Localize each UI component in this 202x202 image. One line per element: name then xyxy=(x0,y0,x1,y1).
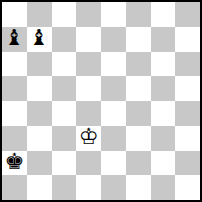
square-h7[interactable] xyxy=(175,27,200,52)
square-b3[interactable] xyxy=(27,126,52,151)
square-b1[interactable] xyxy=(27,175,52,200)
square-c4[interactable] xyxy=(52,101,77,126)
square-f4[interactable] xyxy=(126,101,151,126)
square-a4[interactable] xyxy=(2,101,27,126)
square-e4[interactable] xyxy=(101,101,126,126)
square-f2[interactable] xyxy=(126,151,151,176)
square-f7[interactable] xyxy=(126,27,151,52)
square-c1[interactable] xyxy=(52,175,77,200)
square-h4[interactable] xyxy=(175,101,200,126)
square-d1[interactable] xyxy=(76,175,101,200)
square-h8[interactable] xyxy=(175,2,200,27)
square-d3[interactable]: ♔ xyxy=(76,126,101,151)
square-e6[interactable] xyxy=(101,52,126,77)
square-e7[interactable] xyxy=(101,27,126,52)
square-c8[interactable] xyxy=(52,2,77,27)
square-c6[interactable] xyxy=(52,52,77,77)
chess-board: ♝♝♔♚ xyxy=(0,0,202,202)
square-b4[interactable] xyxy=(27,101,52,126)
white-king-piece[interactable]: ♔ xyxy=(79,126,99,148)
square-f1[interactable] xyxy=(126,175,151,200)
square-g2[interactable] xyxy=(151,151,176,176)
square-h5[interactable] xyxy=(175,76,200,101)
square-g8[interactable] xyxy=(151,2,176,27)
square-a7[interactable]: ♝ xyxy=(2,27,27,52)
black-bishop-piece[interactable]: ♝ xyxy=(29,27,49,49)
square-e3[interactable] xyxy=(101,126,126,151)
square-g7[interactable] xyxy=(151,27,176,52)
square-c5[interactable] xyxy=(52,76,77,101)
square-g1[interactable] xyxy=(151,175,176,200)
square-h3[interactable] xyxy=(175,126,200,151)
square-a8[interactable] xyxy=(2,2,27,27)
square-a6[interactable] xyxy=(2,52,27,77)
square-d2[interactable] xyxy=(76,151,101,176)
square-f5[interactable] xyxy=(126,76,151,101)
square-a5[interactable] xyxy=(2,76,27,101)
square-d7[interactable] xyxy=(76,27,101,52)
square-a1[interactable] xyxy=(2,175,27,200)
square-d4[interactable] xyxy=(76,101,101,126)
square-c2[interactable] xyxy=(52,151,77,176)
square-b7[interactable]: ♝ xyxy=(27,27,52,52)
square-f6[interactable] xyxy=(126,52,151,77)
square-d8[interactable] xyxy=(76,2,101,27)
square-d6[interactable] xyxy=(76,52,101,77)
square-g6[interactable] xyxy=(151,52,176,77)
black-bishop-piece[interactable]: ♝ xyxy=(5,27,25,49)
square-c3[interactable] xyxy=(52,126,77,151)
square-b8[interactable] xyxy=(27,2,52,27)
square-h1[interactable] xyxy=(175,175,200,200)
square-c7[interactable] xyxy=(52,27,77,52)
square-b2[interactable] xyxy=(27,151,52,176)
square-a2[interactable]: ♚ xyxy=(2,151,27,176)
square-e1[interactable] xyxy=(101,175,126,200)
square-e8[interactable] xyxy=(101,2,126,27)
square-e5[interactable] xyxy=(101,76,126,101)
square-f3[interactable] xyxy=(126,126,151,151)
square-e2[interactable] xyxy=(101,151,126,176)
square-f8[interactable] xyxy=(126,2,151,27)
square-g5[interactable] xyxy=(151,76,176,101)
square-b6[interactable] xyxy=(27,52,52,77)
black-king-piece[interactable]: ♚ xyxy=(5,151,25,173)
square-b5[interactable] xyxy=(27,76,52,101)
square-d5[interactable] xyxy=(76,76,101,101)
square-h6[interactable] xyxy=(175,52,200,77)
square-h2[interactable] xyxy=(175,151,200,176)
square-g3[interactable] xyxy=(151,126,176,151)
square-a3[interactable] xyxy=(2,126,27,151)
square-g4[interactable] xyxy=(151,101,176,126)
